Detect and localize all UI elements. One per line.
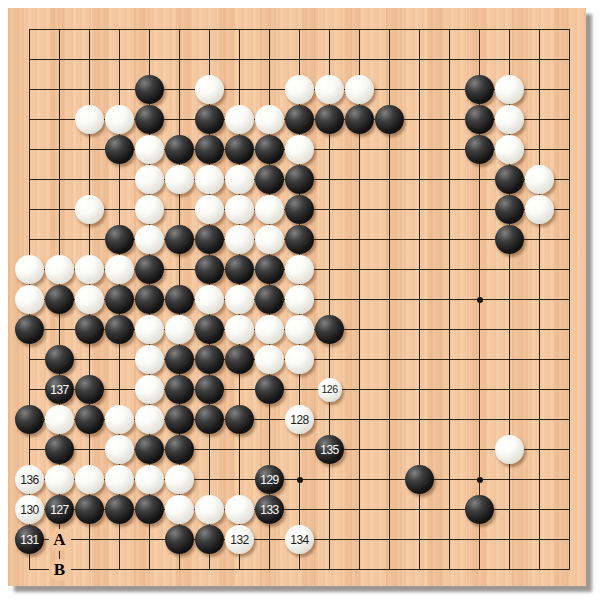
- black-stone[interactable]: [75, 315, 104, 344]
- black-stone[interactable]: [165, 135, 194, 164]
- black-stone[interactable]: [165, 375, 194, 404]
- black-stone[interactable]: [135, 255, 164, 284]
- white-stone[interactable]: [165, 315, 194, 344]
- black-stone[interactable]: [15, 315, 44, 344]
- black-stone[interactable]: [45, 435, 74, 464]
- black-stone[interactable]: [285, 225, 314, 254]
- black-stone[interactable]: [255, 255, 284, 284]
- white-stone[interactable]: [525, 195, 554, 224]
- white-stone[interactable]: [135, 165, 164, 194]
- black-stone[interactable]: [465, 105, 494, 134]
- white-stone[interactable]: [195, 285, 224, 314]
- white-stone[interactable]: [285, 135, 314, 164]
- white-stone[interactable]: [315, 75, 344, 104]
- white-stone[interactable]: [165, 465, 194, 494]
- black-stone-move-129[interactable]: 129: [255, 465, 284, 494]
- black-stone[interactable]: [195, 135, 224, 164]
- black-stone[interactable]: [465, 75, 494, 104]
- move-number-label: 134: [285, 525, 314, 554]
- white-stone[interactable]: [195, 195, 224, 224]
- black-stone[interactable]: [195, 525, 224, 554]
- white-stone[interactable]: [75, 465, 104, 494]
- white-stone[interactable]: [495, 75, 524, 104]
- white-stone-move-130[interactable]: 130: [15, 495, 44, 524]
- black-stone[interactable]: [225, 405, 254, 434]
- move-number-label: 130: [15, 495, 44, 524]
- white-stone-move-136[interactable]: 136: [15, 465, 44, 494]
- black-stone[interactable]: [195, 225, 224, 254]
- black-stone[interactable]: [285, 195, 314, 224]
- white-stone[interactable]: [225, 225, 254, 254]
- move-number-label: 132: [225, 525, 254, 554]
- black-stone[interactable]: [495, 165, 524, 194]
- white-stone[interactable]: [105, 465, 134, 494]
- hoshi-point: [477, 297, 483, 303]
- white-stone[interactable]: [285, 255, 314, 284]
- white-stone[interactable]: [495, 135, 524, 164]
- white-stone[interactable]: [495, 105, 524, 134]
- white-stone[interactable]: [195, 75, 224, 104]
- black-stone[interactable]: [225, 345, 254, 374]
- white-stone[interactable]: [495, 435, 524, 464]
- white-stone[interactable]: [285, 285, 314, 314]
- black-stone[interactable]: [45, 285, 74, 314]
- white-stone[interactable]: [165, 165, 194, 194]
- black-stone[interactable]: [165, 435, 194, 464]
- move-number-label: 137: [45, 375, 74, 404]
- black-stone-move-133[interactable]: 133: [255, 495, 284, 524]
- black-stone[interactable]: [75, 375, 104, 404]
- move-number-label: 133: [255, 495, 284, 524]
- white-stone[interactable]: [225, 105, 254, 134]
- hoshi-point: [297, 477, 303, 483]
- white-stone[interactable]: [45, 255, 74, 284]
- black-stone[interactable]: [135, 435, 164, 464]
- black-stone-move-127[interactable]: 127: [45, 495, 74, 524]
- black-stone[interactable]: [195, 105, 224, 134]
- white-stone[interactable]: [105, 255, 134, 284]
- black-stone[interactable]: [165, 405, 194, 434]
- black-stone[interactable]: [105, 315, 134, 344]
- white-stone-move-128[interactable]: 128: [285, 405, 314, 434]
- white-stone[interactable]: [525, 165, 554, 194]
- black-stone[interactable]: [105, 495, 134, 524]
- black-stone[interactable]: [75, 495, 104, 524]
- black-stone[interactable]: [255, 165, 284, 194]
- white-stone[interactable]: [135, 135, 164, 164]
- white-stone[interactable]: [285, 315, 314, 344]
- white-stone[interactable]: [135, 345, 164, 374]
- white-stone[interactable]: [135, 405, 164, 434]
- white-stone-move-132[interactable]: 132: [225, 525, 254, 554]
- black-stone[interactable]: [495, 225, 524, 254]
- black-stone[interactable]: [165, 285, 194, 314]
- white-stone[interactable]: [135, 225, 164, 254]
- move-number-label: 127: [45, 495, 74, 524]
- black-stone[interactable]: [15, 405, 44, 434]
- go-board[interactable]: 137126128135136129130127133131132134AB: [8, 8, 586, 586]
- white-stone[interactable]: [255, 195, 284, 224]
- black-stone[interactable]: [495, 195, 524, 224]
- white-stone[interactable]: [75, 105, 104, 134]
- white-stone[interactable]: [225, 315, 254, 344]
- black-stone[interactable]: [285, 105, 314, 134]
- black-stone[interactable]: [135, 75, 164, 104]
- white-stone[interactable]: [225, 285, 254, 314]
- white-stone[interactable]: [225, 195, 254, 224]
- black-stone[interactable]: [225, 135, 254, 164]
- hoshi-point: [477, 477, 483, 483]
- black-stone[interactable]: [465, 135, 494, 164]
- white-stone[interactable]: [255, 105, 284, 134]
- black-stone[interactable]: [225, 255, 254, 284]
- black-stone[interactable]: [465, 495, 494, 524]
- white-stone-move-134[interactable]: 134: [285, 525, 314, 554]
- black-stone[interactable]: [315, 315, 344, 344]
- black-stone[interactable]: [75, 405, 104, 434]
- white-stone[interactable]: [285, 75, 314, 104]
- black-stone[interactable]: [165, 225, 194, 254]
- black-stone[interactable]: [195, 405, 224, 434]
- white-stone[interactable]: [135, 375, 164, 404]
- black-stone[interactable]: [195, 345, 224, 374]
- annotation-letter-A[interactable]: A: [49, 529, 71, 551]
- black-stone-move-135[interactable]: 135: [315, 435, 344, 464]
- white-stone[interactable]: [45, 405, 74, 434]
- white-stone[interactable]: [45, 465, 74, 494]
- move-number-label: 136: [15, 465, 44, 494]
- move-number-label: 131: [15, 525, 44, 554]
- white-stone[interactable]: [255, 345, 284, 374]
- white-stone-move-126[interactable]: 126: [318, 378, 342, 402]
- white-stone[interactable]: [75, 255, 104, 284]
- white-stone[interactable]: [165, 495, 194, 524]
- black-stone[interactable]: [375, 105, 404, 134]
- white-stone[interactable]: [255, 225, 284, 254]
- white-stone[interactable]: [195, 495, 224, 524]
- white-stone[interactable]: [285, 345, 314, 374]
- white-stone[interactable]: [15, 285, 44, 314]
- move-number-label: 126: [318, 378, 342, 402]
- white-stone[interactable]: [75, 285, 104, 314]
- move-number-label: 128: [285, 405, 314, 434]
- black-stone[interactable]: [345, 105, 374, 134]
- black-stone[interactable]: [165, 345, 194, 374]
- move-number-label: 135: [315, 435, 344, 464]
- black-stone[interactable]: [195, 375, 224, 404]
- move-number-label: 129: [255, 465, 284, 494]
- white-stone[interactable]: [135, 465, 164, 494]
- black-stone[interactable]: [135, 105, 164, 134]
- white-stone[interactable]: [15, 255, 44, 284]
- white-stone[interactable]: [75, 195, 104, 224]
- white-stone[interactable]: [225, 165, 254, 194]
- black-stone[interactable]: [105, 285, 134, 314]
- white-stone[interactable]: [105, 435, 134, 464]
- black-stone-move-137[interactable]: 137: [45, 375, 74, 404]
- white-stone[interactable]: [225, 495, 254, 524]
- page: 137126128135136129130127133131132134AB: [0, 0, 600, 600]
- white-stone[interactable]: [105, 405, 134, 434]
- black-stone[interactable]: [135, 495, 164, 524]
- white-stone[interactable]: [135, 195, 164, 224]
- black-stone[interactable]: [105, 135, 134, 164]
- black-stone[interactable]: [285, 165, 314, 194]
- black-stone[interactable]: [105, 225, 134, 254]
- black-stone[interactable]: [195, 315, 224, 344]
- white-stone[interactable]: [195, 165, 224, 194]
- white-stone[interactable]: [345, 75, 374, 104]
- black-stone[interactable]: [405, 465, 434, 494]
- black-stone[interactable]: [165, 525, 194, 554]
- black-stone[interactable]: [255, 375, 284, 404]
- annotation-letter-B[interactable]: B: [49, 559, 71, 581]
- black-stone[interactable]: [255, 135, 284, 164]
- black-stone[interactable]: [195, 255, 224, 284]
- white-stone[interactable]: [135, 315, 164, 344]
- black-stone[interactable]: [45, 345, 74, 374]
- white-stone[interactable]: [105, 105, 134, 134]
- white-stone[interactable]: [255, 315, 284, 344]
- black-stone[interactable]: [315, 105, 344, 134]
- black-stone-move-131[interactable]: 131: [15, 525, 44, 554]
- black-stone[interactable]: [135, 285, 164, 314]
- black-stone[interactable]: [255, 285, 284, 314]
